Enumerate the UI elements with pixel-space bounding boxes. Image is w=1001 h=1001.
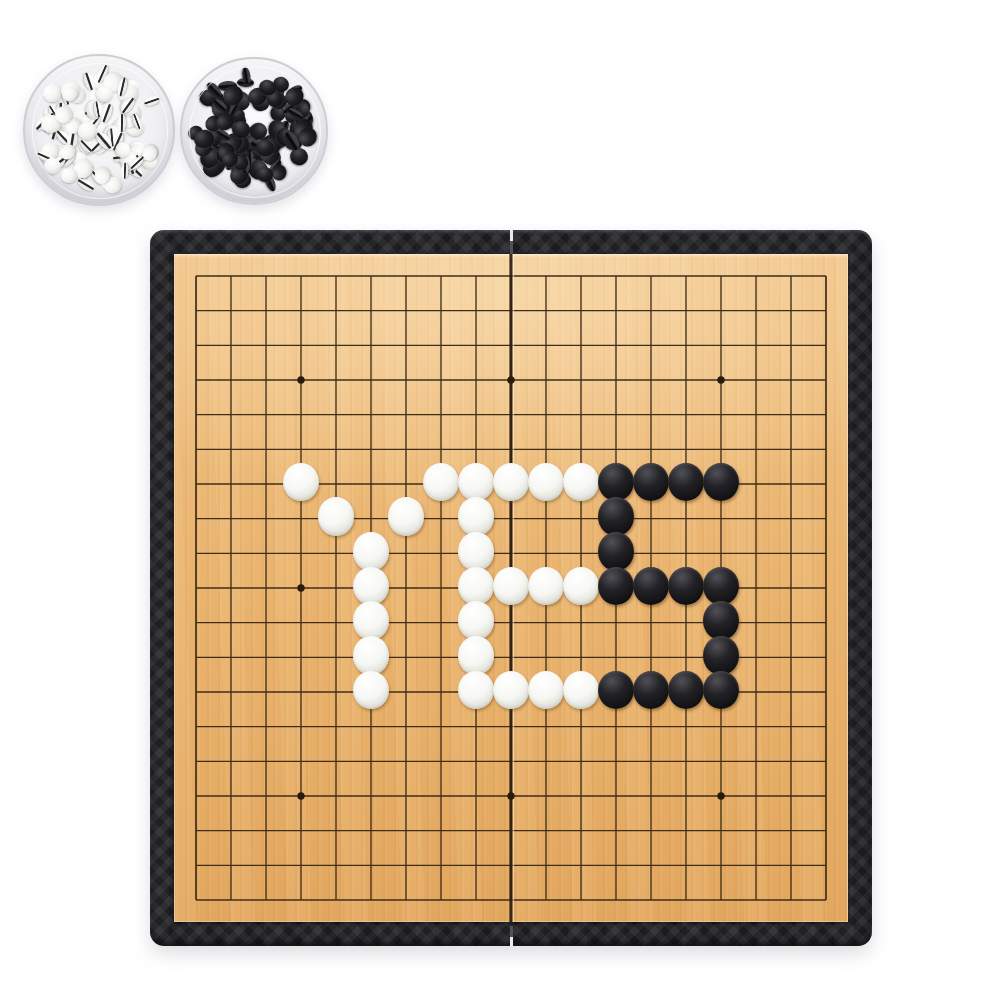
black-stones-bowl bbox=[180, 57, 328, 205]
white-stone bbox=[353, 601, 390, 640]
star-point bbox=[297, 376, 304, 383]
white-stone bbox=[318, 497, 355, 536]
star-point bbox=[297, 792, 304, 799]
black-stone bbox=[598, 532, 635, 571]
white-stones-bowl bbox=[23, 54, 175, 206]
white-stone bbox=[458, 636, 495, 675]
white-bowl-stone bbox=[143, 95, 161, 108]
white-stone bbox=[458, 601, 495, 640]
go-board bbox=[150, 230, 872, 946]
white-bowl-stone bbox=[77, 121, 97, 140]
star-point bbox=[507, 792, 514, 799]
fold-hinge-gap-bottom bbox=[510, 926, 513, 946]
star-point bbox=[717, 792, 724, 799]
black-stone bbox=[598, 497, 635, 536]
star-point bbox=[717, 376, 724, 383]
star-point bbox=[507, 376, 514, 383]
white-stone bbox=[353, 532, 390, 571]
fold-hinge-gap-top bbox=[510, 230, 513, 254]
white-stone bbox=[458, 497, 495, 536]
white-stone bbox=[353, 636, 390, 675]
black-stone bbox=[703, 601, 740, 640]
product-photo bbox=[0, 0, 1001, 1001]
white-stone bbox=[388, 497, 425, 536]
white-stone bbox=[458, 532, 495, 571]
black-stone bbox=[703, 636, 740, 675]
star-point bbox=[297, 584, 304, 591]
board-surface bbox=[174, 254, 848, 922]
